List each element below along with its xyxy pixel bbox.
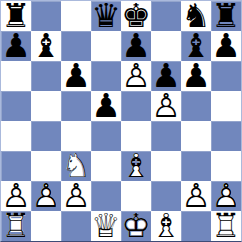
square-c2[interactable]: ♟♙ (61, 181, 91, 211)
square-f4[interactable] (151, 121, 181, 151)
piece-fill-layer: ♟ (121, 31, 151, 61)
piece-black-rook: ♜ (1, 1, 31, 31)
square-d1[interactable]: ♛♕ (91, 211, 121, 241)
piece-black-pawn: ♟ (151, 61, 181, 91)
square-c6[interactable]: ♟ (61, 61, 91, 91)
piece-fill-layer: ♟ (151, 61, 181, 91)
square-a7[interactable]: ♟ (1, 31, 31, 61)
square-b7[interactable]: ♝ (31, 31, 61, 61)
piece-black-pawn: ♟ (91, 91, 121, 121)
piece-fill-layer: ♟ (91, 91, 121, 121)
square-a8[interactable]: ♜ (1, 1, 31, 31)
piece-white-bishop: ♝♗ (121, 151, 151, 181)
square-h2[interactable]: ♟♙ (211, 181, 241, 211)
square-f1[interactable]: ♝♗ (151, 211, 181, 241)
square-c4[interactable] (61, 121, 91, 151)
square-a5[interactable] (1, 91, 31, 121)
piece-fill-layer: ♛ (91, 1, 121, 31)
piece-fill-layer: ♝ (121, 151, 151, 181)
square-f2[interactable] (151, 181, 181, 211)
square-b8[interactable] (31, 1, 61, 31)
piece-fill-layer: ♚ (121, 211, 151, 241)
piece-black-pawn: ♟ (61, 61, 91, 91)
square-a6[interactable] (1, 61, 31, 91)
square-e2[interactable] (121, 181, 151, 211)
square-d6[interactable] (91, 61, 121, 91)
piece-white-pawn: ♟♙ (211, 181, 241, 211)
square-e8[interactable]: ♚ (121, 1, 151, 31)
square-f6[interactable]: ♟ (151, 61, 181, 91)
square-h5[interactable] (211, 91, 241, 121)
piece-fill-layer: ♝ (181, 31, 211, 61)
square-g3[interactable] (181, 151, 211, 181)
square-f7[interactable] (151, 31, 181, 61)
piece-white-pawn: ♟♙ (1, 181, 31, 211)
piece-white-queen: ♛♕ (91, 211, 121, 241)
square-d7[interactable] (91, 31, 121, 61)
square-d2[interactable] (91, 181, 121, 211)
square-f8[interactable] (151, 1, 181, 31)
piece-white-bishop: ♝♗ (151, 211, 181, 241)
piece-black-queen: ♛ (91, 1, 121, 31)
piece-fill-layer: ♟ (211, 181, 241, 211)
piece-fill-layer: ♟ (61, 181, 91, 211)
piece-outline-layer: ♙ (1, 181, 31, 211)
square-e3[interactable]: ♝♗ (121, 151, 151, 181)
piece-fill-layer: ♜ (211, 211, 241, 241)
square-e5[interactable] (121, 91, 151, 121)
piece-fill-layer: ♜ (1, 211, 31, 241)
piece-fill-layer: ♜ (1, 1, 31, 31)
square-e1[interactable]: ♚♔ (121, 211, 151, 241)
piece-fill-layer: ♟ (121, 61, 151, 91)
square-g5[interactable] (181, 91, 211, 121)
piece-fill-layer: ♟ (31, 181, 61, 211)
piece-fill-layer: ♟ (151, 91, 181, 121)
square-g2[interactable]: ♟♙ (181, 181, 211, 211)
piece-fill-layer: ♟ (181, 181, 211, 211)
square-b4[interactable] (31, 121, 61, 151)
piece-fill-layer: ♝ (151, 211, 181, 241)
square-b2[interactable]: ♟♙ (31, 181, 61, 211)
piece-outline-layer: ♙ (61, 181, 91, 211)
square-a3[interactable] (1, 151, 31, 181)
square-c7[interactable] (61, 31, 91, 61)
piece-black-pawn: ♟ (1, 31, 31, 61)
piece-white-rook: ♜♖ (211, 211, 241, 241)
piece-fill-layer: ♞ (181, 1, 211, 31)
piece-fill-layer: ♟ (1, 31, 31, 61)
piece-outline-layer: ♔ (121, 211, 151, 241)
piece-outline-layer: ♘ (61, 151, 91, 181)
square-e7[interactable]: ♟ (121, 31, 151, 61)
piece-fill-layer: ♚ (121, 1, 151, 31)
piece-white-knight: ♞♘ (61, 151, 91, 181)
piece-black-knight: ♞ (181, 1, 211, 31)
piece-fill-layer: ♛ (91, 211, 121, 241)
square-g6[interactable]: ♟ (181, 61, 211, 91)
piece-outline-layer: ♙ (211, 181, 241, 211)
square-c5[interactable] (61, 91, 91, 121)
piece-black-pawn: ♟ (211, 31, 241, 61)
square-g1[interactable] (181, 211, 211, 241)
square-g7[interactable]: ♝ (181, 31, 211, 61)
chess-board: ♜♛♚♞♜♟♝♟♝♟♟♟♙♟♟♟♟♙♞♘♝♗♟♙♟♙♟♙♟♙♟♙♜♖♛♕♚♔♝♗… (0, 0, 242, 242)
square-h7[interactable]: ♟ (211, 31, 241, 61)
piece-fill-layer: ♟ (61, 61, 91, 91)
piece-white-pawn: ♟♙ (31, 181, 61, 211)
piece-black-pawn: ♟ (181, 61, 211, 91)
piece-outline-layer: ♖ (211, 211, 241, 241)
square-b3[interactable] (31, 151, 61, 181)
piece-fill-layer: ♞ (61, 151, 91, 181)
piece-outline-layer: ♗ (121, 151, 151, 181)
screenshot-root: ♜♛♚♞♜♟♝♟♝♟♟♟♙♟♟♟♟♙♞♘♝♗♟♙♟♙♟♙♟♙♟♙♜♖♛♕♚♔♝♗… (0, 0, 242, 242)
piece-fill-layer: ♝ (31, 31, 61, 61)
piece-outline-layer: ♙ (31, 181, 61, 211)
square-a2[interactable]: ♟♙ (1, 181, 31, 211)
piece-white-king: ♚♔ (121, 211, 151, 241)
square-h4[interactable] (211, 121, 241, 151)
square-c1[interactable] (61, 211, 91, 241)
square-h6[interactable] (211, 61, 241, 91)
square-a4[interactable] (1, 121, 31, 151)
piece-black-king: ♚ (121, 1, 151, 31)
piece-black-bishop: ♝ (181, 31, 211, 61)
piece-fill-layer: ♟ (211, 31, 241, 61)
piece-white-pawn: ♟♙ (181, 181, 211, 211)
square-d5[interactable]: ♟ (91, 91, 121, 121)
square-e4[interactable] (121, 121, 151, 151)
square-g4[interactable] (181, 121, 211, 151)
piece-white-pawn: ♟♙ (61, 181, 91, 211)
piece-fill-layer: ♟ (181, 61, 211, 91)
piece-white-rook: ♜♖ (1, 211, 31, 241)
piece-outline-layer: ♗ (151, 211, 181, 241)
square-d3[interactable] (91, 151, 121, 181)
square-g8[interactable]: ♞ (181, 1, 211, 31)
piece-outline-layer: ♕ (91, 211, 121, 241)
piece-black-bishop: ♝ (31, 31, 61, 61)
square-f3[interactable] (151, 151, 181, 181)
square-h3[interactable] (211, 151, 241, 181)
square-b6[interactable] (31, 61, 61, 91)
square-f5[interactable]: ♟♙ (151, 91, 181, 121)
square-c3[interactable]: ♞♘ (61, 151, 91, 181)
square-c8[interactable] (61, 1, 91, 31)
square-d8[interactable]: ♛ (91, 1, 121, 31)
square-b5[interactable] (31, 91, 61, 121)
piece-fill-layer: ♟ (1, 181, 31, 211)
square-b1[interactable] (31, 211, 61, 241)
square-h1[interactable]: ♜♖ (211, 211, 241, 241)
piece-outline-layer: ♙ (181, 181, 211, 211)
square-e6[interactable]: ♟♙ (121, 61, 151, 91)
square-d4[interactable] (91, 121, 121, 151)
piece-outline-layer: ♙ (121, 61, 151, 91)
square-a1[interactable]: ♜♖ (1, 211, 31, 241)
piece-black-rook: ♜ (211, 1, 241, 31)
piece-white-pawn: ♟♙ (151, 91, 181, 121)
piece-white-pawn: ♟♙ (121, 61, 151, 91)
piece-outline-layer: ♖ (1, 211, 31, 241)
piece-outline-layer: ♙ (151, 91, 181, 121)
square-h8[interactable]: ♜ (211, 1, 241, 31)
piece-fill-layer: ♜ (211, 1, 241, 31)
piece-black-pawn: ♟ (121, 31, 151, 61)
